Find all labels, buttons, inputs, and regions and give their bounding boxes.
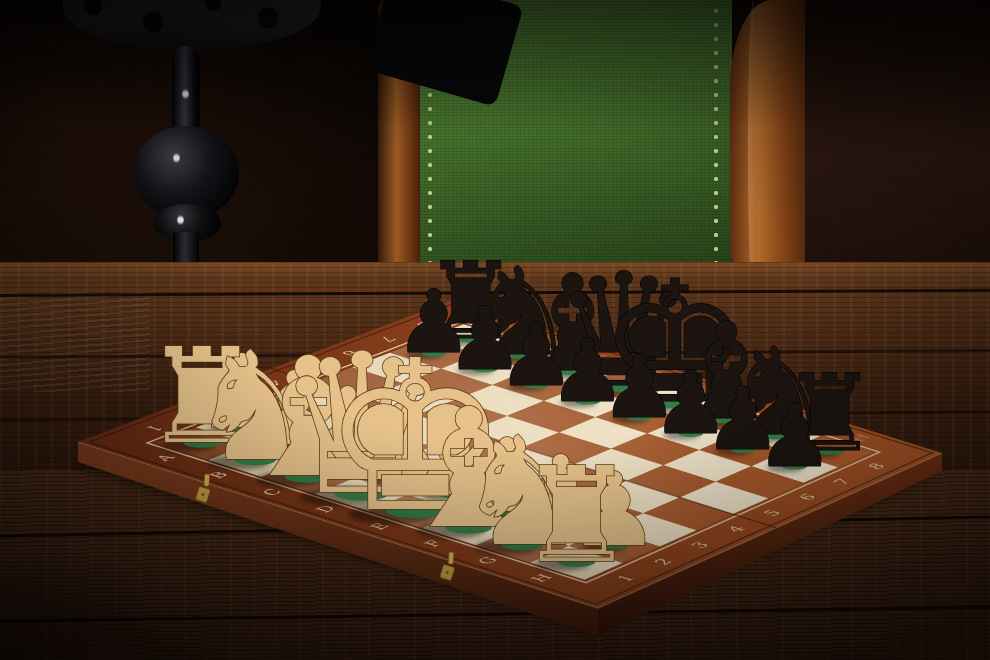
piece-white-rook-h1[interactable]: ♜	[518, 439, 636, 592]
piece-black-pawn-h7[interactable]: ♟	[756, 385, 834, 487]
chessboard[interactable]: AABBCCDDEEFFGGHH1122334455667788♜♞♝♛♚♝♞♜…	[0, 0, 990, 660]
photo-scene: AABBCCDDEEFFGGHH1122334455667788♜♞♝♛♚♝♞♜…	[0, 0, 990, 660]
